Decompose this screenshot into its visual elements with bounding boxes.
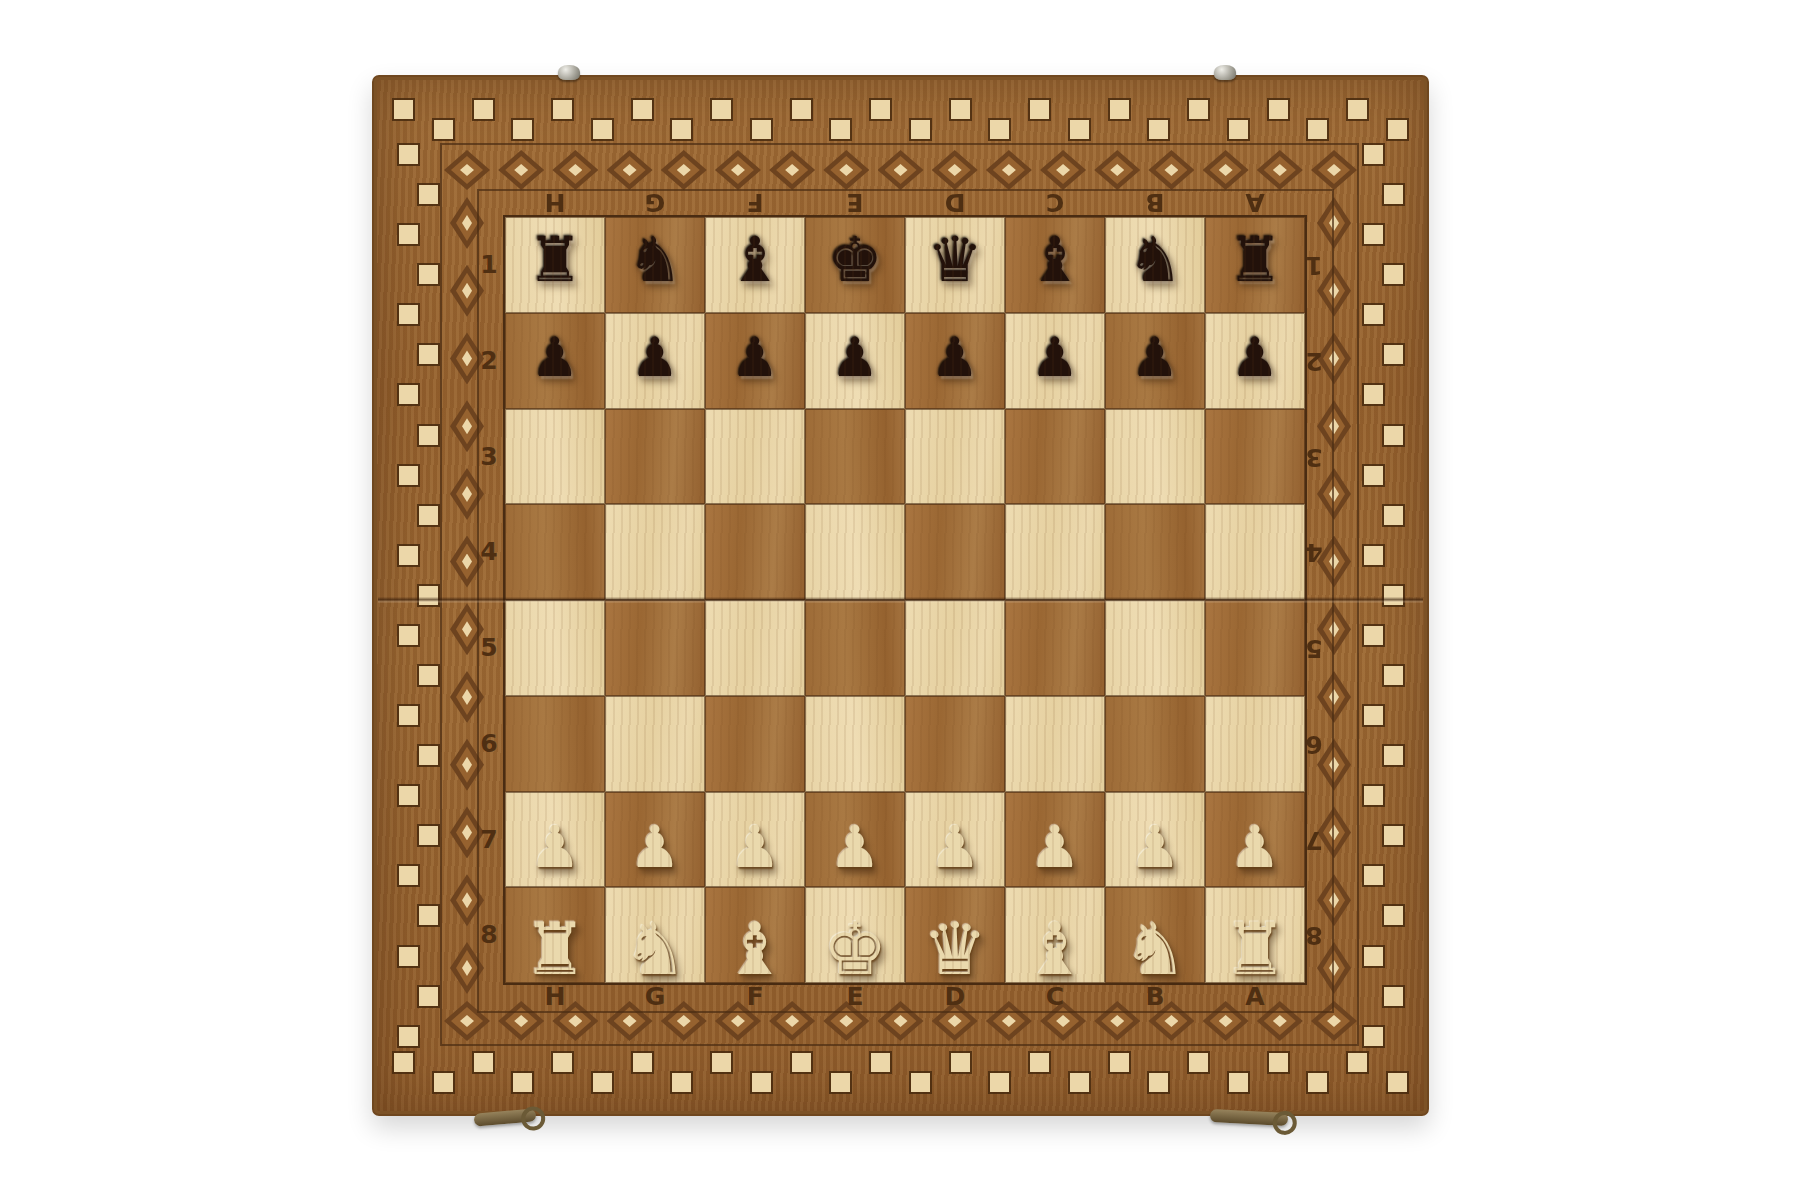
light-pawn-f7[interactable]: ♟ [729, 818, 781, 876]
square-f5[interactable] [705, 600, 805, 696]
square-d3[interactable] [905, 409, 1005, 505]
light-king-e8[interactable]: ♚ [823, 913, 888, 985]
inlay-square [1384, 666, 1403, 685]
square-e8[interactable]: ♚ [805, 887, 905, 983]
inlay-square [1364, 786, 1383, 805]
inlay-square [1030, 100, 1049, 119]
square-c3[interactable] [1005, 409, 1105, 505]
square-h8[interactable]: ♜ [505, 887, 605, 983]
inlay-square [419, 265, 438, 284]
inlay-square [672, 120, 691, 139]
light-pawn-e7[interactable]: ♟ [829, 818, 881, 876]
inlay-square [1384, 826, 1403, 845]
inlay-square [399, 947, 418, 966]
square-h3[interactable] [505, 409, 605, 505]
inlay-square [513, 120, 532, 139]
square-h7[interactable]: ♟ [505, 792, 605, 888]
square-f1[interactable]: ♝ [705, 217, 805, 313]
square-d6[interactable] [905, 696, 1005, 792]
square-h5[interactable] [505, 600, 605, 696]
light-queen-d8[interactable]: ♛ [923, 913, 988, 985]
square-g6[interactable] [605, 696, 705, 792]
light-rook-h8[interactable]: ♜ [523, 913, 588, 985]
inlay-square [752, 1073, 771, 1092]
square-a5[interactable] [1205, 600, 1305, 696]
file-label-top-c: C [1005, 189, 1105, 215]
rank-label-left-2: 2 [475, 313, 503, 409]
file-label-top-a: A [1205, 189, 1305, 215]
inlay-square [911, 1073, 930, 1092]
square-b2[interactable]: ♟ [1105, 313, 1205, 409]
inlay-square [1388, 1073, 1407, 1092]
inlay-square [633, 100, 652, 119]
inlay-square [1384, 265, 1403, 284]
clasp-left [474, 1108, 537, 1126]
square-g7[interactable]: ♟ [605, 792, 705, 888]
inlay-square [1364, 1027, 1383, 1046]
inlay-diamond [769, 150, 815, 190]
inlay-square [399, 546, 418, 565]
square-e2[interactable]: ♟ [805, 313, 905, 409]
inlay-square [1384, 906, 1403, 925]
square-a8[interactable]: ♜ [1205, 887, 1305, 983]
dark-pawn-b2[interactable]: ♟ [1131, 331, 1179, 385]
inlay-diamond [715, 150, 761, 190]
square-c2[interactable]: ♟ [1005, 313, 1105, 409]
inlay-diamond [1311, 150, 1357, 190]
file-label-top-d: D [905, 189, 1005, 215]
square-f7[interactable]: ♟ [705, 792, 805, 888]
dark-pawn-d2[interactable]: ♟ [931, 331, 979, 385]
square-f8[interactable]: ♝ [705, 887, 805, 983]
light-pawn-d7[interactable]: ♟ [929, 818, 981, 876]
file-label-top-e: E [805, 189, 905, 215]
square-d4[interactable] [905, 504, 1005, 600]
inlay-square [1229, 1073, 1248, 1092]
square-a2[interactable]: ♟ [1205, 313, 1305, 409]
inlay-square [792, 1053, 811, 1072]
rank-label-left-1: 1 [475, 217, 503, 313]
inlay-square [1269, 1053, 1288, 1072]
inlay-square [990, 1073, 1009, 1092]
inlay-square [871, 100, 890, 119]
inlay-square [951, 1053, 970, 1072]
inlay-square [399, 305, 418, 324]
inlay-square [911, 120, 930, 139]
inlay-diamond [661, 150, 707, 190]
inlay-square [1384, 746, 1403, 765]
square-b5[interactable] [1105, 600, 1205, 696]
light-rook-a8[interactable]: ♜ [1223, 913, 1288, 985]
inlay-square [513, 1073, 532, 1092]
dark-rook-h1[interactable]: ♜ [527, 229, 583, 291]
square-g5[interactable] [605, 600, 705, 696]
inlay-square [1070, 120, 1089, 139]
inlay-square [1364, 225, 1383, 244]
inlay-square [1364, 866, 1383, 885]
inlay-checker-band-right [1359, 145, 1407, 1046]
inlay-square [419, 185, 438, 204]
square-b8[interactable]: ♞ [1105, 887, 1205, 983]
inlay-square [633, 1053, 652, 1072]
light-knight-b8[interactable]: ♞ [1123, 913, 1188, 985]
inlay-square [419, 506, 438, 525]
inlay-square [399, 626, 418, 645]
square-d5[interactable] [905, 600, 1005, 696]
inlay-square [1364, 626, 1383, 645]
square-b6[interactable] [1105, 696, 1205, 792]
dark-bishop-c1[interactable]: ♝ [1027, 229, 1083, 291]
square-b1[interactable]: ♞ [1105, 217, 1205, 313]
inlay-square [1364, 305, 1383, 324]
square-c4[interactable] [1005, 504, 1105, 600]
inlay-checker-band-top [394, 95, 1407, 143]
light-pawn-c7[interactable]: ♟ [1029, 818, 1081, 876]
inlay-square [1364, 385, 1383, 404]
inlay-square [394, 1053, 413, 1072]
file-label-top-f: F [705, 189, 805, 215]
inlay-square [419, 987, 438, 1006]
square-f4[interactable] [705, 504, 805, 600]
inlay-diamond [878, 150, 924, 190]
square-e7[interactable]: ♟ [805, 792, 905, 888]
inlay-square [419, 426, 438, 445]
dark-pawn-e2[interactable]: ♟ [831, 331, 879, 385]
inlay-square [434, 1073, 453, 1092]
square-f2[interactable]: ♟ [705, 313, 805, 409]
inlay-square [419, 586, 438, 605]
inlay-square [1110, 100, 1129, 119]
inlay-diamond [1203, 150, 1249, 190]
light-bishop-f8[interactable]: ♝ [723, 913, 788, 985]
rank-label-left-3: 3 [475, 409, 503, 505]
inlay-square [1364, 947, 1383, 966]
dark-pawn-a2[interactable]: ♟ [1231, 331, 1279, 385]
rank-labels-left: 12345678 [475, 217, 503, 983]
square-a6[interactable] [1205, 696, 1305, 792]
inlay-square [712, 100, 731, 119]
dark-pawn-h2[interactable]: ♟ [531, 331, 579, 385]
square-g1[interactable]: ♞ [605, 217, 705, 313]
square-e6[interactable] [805, 696, 905, 792]
chess-grid: ♜♞♝♚♛♝♞♜♟♟♟♟♟♟♟♟♟♟♟♟♟♟♟♟♜♞♝♚♛♝♞♜ [505, 217, 1305, 983]
dark-pawn-c2[interactable]: ♟ [1031, 331, 1079, 385]
square-g2[interactable]: ♟ [605, 313, 705, 409]
inlay-square [474, 100, 493, 119]
square-a1[interactable]: ♜ [1205, 217, 1305, 313]
square-h4[interactable] [505, 504, 605, 600]
inlay-square [752, 120, 771, 139]
inlay-square [1229, 120, 1248, 139]
square-f3[interactable] [705, 409, 805, 505]
inlay-square [1384, 506, 1403, 525]
file-label-top-b: B [1105, 189, 1205, 215]
inlay-square [792, 100, 811, 119]
dark-knight-g1[interactable]: ♞ [627, 229, 683, 291]
rank-label-left-6: 6 [475, 696, 503, 792]
inlay-square [1030, 1053, 1049, 1072]
inlay-square [990, 120, 1009, 139]
square-e4[interactable] [805, 504, 905, 600]
inlay-square [951, 100, 970, 119]
inlay-square [593, 120, 612, 139]
inlay-square [399, 466, 418, 485]
inlay-square [553, 100, 572, 119]
hinge-pin-left [558, 65, 580, 80]
file-label-top-h: H [505, 189, 605, 215]
inlay-square [1189, 100, 1208, 119]
inlay-square [1384, 345, 1403, 364]
inlay-square [1384, 426, 1403, 445]
light-pawn-b7[interactable]: ♟ [1129, 818, 1181, 876]
inlay-diamond [1257, 150, 1303, 190]
inlay-square [1110, 1053, 1129, 1072]
square-d7[interactable]: ♟ [905, 792, 1005, 888]
inlay-square [553, 1053, 572, 1072]
dark-pawn-g2[interactable]: ♟ [631, 331, 679, 385]
inlay-diamond [498, 150, 544, 190]
square-a7[interactable]: ♟ [1205, 792, 1305, 888]
inlay-diamond [986, 150, 1032, 190]
inlay-square [1149, 120, 1168, 139]
inlay-square [419, 746, 438, 765]
inlay-square [399, 866, 418, 885]
rank-label-left-5: 5 [475, 600, 503, 696]
inlay-checker-band-left [394, 145, 442, 1046]
square-c5[interactable] [1005, 600, 1105, 696]
square-g3[interactable] [605, 409, 705, 505]
inlay-diamond [607, 150, 653, 190]
inlay-square [1348, 100, 1367, 119]
square-a4[interactable] [1205, 504, 1305, 600]
inlay-square [1384, 987, 1403, 1006]
dark-rook-a1[interactable]: ♜ [1227, 229, 1283, 291]
light-pawn-a7[interactable]: ♟ [1229, 818, 1281, 876]
inlay-diamond [1040, 150, 1086, 190]
inlay-square [399, 786, 418, 805]
file-labels-top: HGFEDCBA [505, 189, 1305, 215]
square-f6[interactable] [705, 696, 805, 792]
inlay-square [399, 145, 418, 164]
square-e5[interactable] [805, 600, 905, 696]
inlay-square [399, 385, 418, 404]
square-b7[interactable]: ♟ [1105, 792, 1205, 888]
square-g8[interactable]: ♞ [605, 887, 705, 983]
inlay-square [434, 120, 453, 139]
inlay-square [419, 826, 438, 845]
inlay-square [1070, 1073, 1089, 1092]
square-a3[interactable] [1205, 409, 1305, 505]
inlay-square [871, 1053, 890, 1072]
hinge-pin-right [1214, 65, 1236, 80]
inlay-square [1364, 706, 1383, 725]
square-h6[interactable] [505, 696, 605, 792]
chess-board-box: HGFEDCBA HGFEDCBA 12345678 12345678 ♜♞♝♚… [372, 75, 1429, 1116]
inlay-square [1388, 120, 1407, 139]
photo-background: HGFEDCBA HGFEDCBA 12345678 12345678 ♜♞♝♚… [0, 0, 1800, 1200]
light-bishop-c8[interactable]: ♝ [1023, 913, 1088, 985]
inlay-diamond [552, 150, 598, 190]
inlay-square [831, 120, 850, 139]
inlay-square [399, 706, 418, 725]
inlay-square [399, 225, 418, 244]
square-b3[interactable] [1105, 409, 1205, 505]
square-h1[interactable]: ♜ [505, 217, 605, 313]
square-d2[interactable]: ♟ [905, 313, 1005, 409]
inlay-diamond [444, 150, 490, 190]
rank-label-left-7: 7 [475, 792, 503, 888]
inlay-square [1348, 1053, 1367, 1072]
inlay-square [1364, 145, 1383, 164]
inlay-square [394, 100, 413, 119]
square-b4[interactable] [1105, 504, 1205, 600]
inlay-square [1189, 1053, 1208, 1072]
inlay-square [1384, 185, 1403, 204]
square-c7[interactable]: ♟ [1005, 792, 1105, 888]
light-pawn-g7[interactable]: ♟ [629, 818, 681, 876]
inlay-square [474, 1053, 493, 1072]
dark-knight-b1[interactable]: ♞ [1127, 229, 1183, 291]
inlay-square [593, 1073, 612, 1092]
inlay-square [1384, 586, 1403, 605]
inlay-square [1308, 1073, 1327, 1092]
inlay-diamond [444, 1001, 490, 1041]
dark-bishop-f1[interactable]: ♝ [727, 229, 783, 291]
inlay-diamond [932, 150, 978, 190]
square-d8[interactable]: ♛ [905, 887, 1005, 983]
clasp-right [1210, 1109, 1289, 1126]
light-pawn-h7[interactable]: ♟ [529, 818, 581, 876]
square-e3[interactable] [805, 409, 905, 505]
inlay-square [712, 1053, 731, 1072]
inlay-square [831, 1073, 850, 1092]
inlay-diamond [1311, 1001, 1357, 1041]
rank-label-left-8: 8 [475, 887, 503, 983]
inlay-square [1364, 546, 1383, 565]
rank-label-left-4: 4 [475, 504, 503, 600]
inlay-checker-band-bottom [394, 1048, 1407, 1096]
inlay-square [419, 666, 438, 685]
square-h2[interactable]: ♟ [505, 313, 605, 409]
square-e1[interactable]: ♚ [805, 217, 905, 313]
file-label-top-g: G [605, 189, 705, 215]
dark-queen-d1[interactable]: ♛ [927, 229, 983, 291]
dark-pawn-f2[interactable]: ♟ [731, 331, 779, 385]
inlay-square [672, 1073, 691, 1092]
inlay-square [1308, 120, 1327, 139]
inlay-square [1269, 100, 1288, 119]
light-knight-g8[interactable]: ♞ [623, 913, 688, 985]
inlay-square [419, 345, 438, 364]
inlay-square [1149, 1073, 1168, 1092]
inlay-square [399, 1027, 418, 1046]
square-c6[interactable] [1005, 696, 1105, 792]
square-g4[interactable] [605, 504, 705, 600]
square-c8[interactable]: ♝ [1005, 887, 1105, 983]
inlay-diamond [823, 150, 869, 190]
inlay-square [1364, 466, 1383, 485]
square-d1[interactable]: ♛ [905, 217, 1005, 313]
inlay-diamond-band-top [444, 147, 1357, 193]
inlay-diamond [1148, 150, 1194, 190]
dark-king-e1[interactable]: ♚ [827, 229, 883, 291]
inlay-square [419, 906, 438, 925]
square-c1[interactable]: ♝ [1005, 217, 1105, 313]
inlay-diamond [1094, 150, 1140, 190]
